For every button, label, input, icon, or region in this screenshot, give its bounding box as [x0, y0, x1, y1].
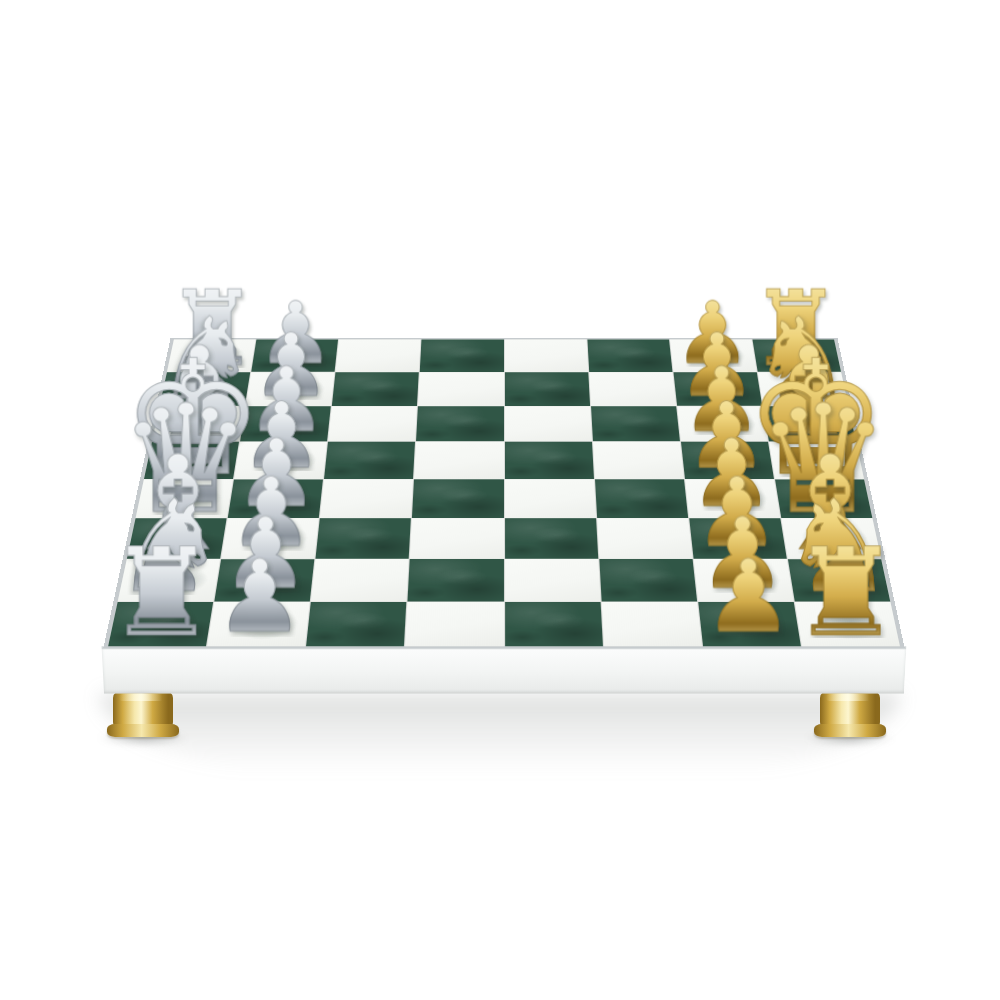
square-f4: [416, 406, 503, 441]
chess-board: ♜♟♟♜♞♟♟♞♝♟♟♝♚♟♟♚♛♟♟♛♝♟♟♝♞♟♟♞♜♟♟♜: [103, 338, 904, 648]
board-foot-right: [820, 690, 880, 734]
square-a2: ♟: [207, 602, 310, 646]
piece-black-gold-rook-a8: ♜: [792, 531, 901, 653]
piece-white-silver-rook-a1: ♜: [107, 531, 216, 653]
square-e5: [504, 442, 593, 479]
square-h3: [336, 340, 421, 372]
square-a5: [505, 602, 603, 646]
piece-white-silver-pawn-a2: ♟: [214, 548, 304, 648]
square-c4: [410, 518, 503, 558]
square-e4: [414, 442, 503, 479]
square-d4: [412, 479, 503, 518]
square-f5: [504, 406, 591, 441]
square-a6: [601, 602, 701, 646]
square-d5: [505, 479, 596, 518]
square-b6: [599, 559, 697, 601]
square-a7: ♟: [698, 602, 801, 646]
square-h4: [420, 340, 503, 372]
square-g5: [504, 372, 589, 406]
square-a1: ♜: [108, 602, 213, 646]
square-e6: [593, 442, 684, 479]
piece-black-gold-pawn-a7: ♟: [704, 548, 794, 648]
square-h5: [504, 340, 587, 372]
square-h6: [587, 340, 672, 372]
square-b5: [505, 559, 601, 601]
square-d3: [320, 479, 413, 518]
square-a4: [405, 602, 503, 646]
board-frame-front: [102, 646, 907, 693]
square-a8: ♜: [795, 602, 900, 646]
square-f6: [591, 406, 680, 441]
square-b3: [311, 559, 409, 601]
square-g6: [589, 372, 676, 406]
square-c6: [597, 518, 693, 558]
square-f3: [328, 406, 417, 441]
square-b4: [408, 559, 504, 601]
square-g4: [418, 372, 503, 406]
board-foot-left: [113, 690, 173, 734]
square-a3: [306, 602, 406, 646]
product-photo-scene: ♜♟♟♜♞♟♟♞♝♟♟♝♚♟♟♚♛♟♟♛♝♟♟♝♞♟♟♞♜♟♟♜: [0, 0, 1000, 1000]
square-g3: [332, 372, 419, 406]
floor-shadow: [100, 694, 900, 794]
square-e3: [324, 442, 415, 479]
square-c5: [505, 518, 598, 558]
square-d6: [595, 479, 688, 518]
square-c3: [316, 518, 412, 558]
